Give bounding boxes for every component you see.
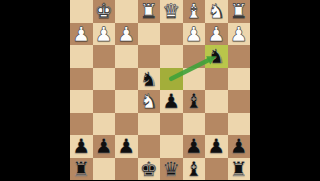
- letterbox-right: [250, 0, 320, 180]
- piece-white-knight[interactable]: ♞: [140, 90, 158, 113]
- square-f7[interactable]: ♟: [115, 135, 138, 158]
- square-e8[interactable]: ♚: [138, 158, 161, 181]
- square-h1[interactable]: [70, 0, 93, 23]
- piece-white-king[interactable]: ♚: [95, 0, 113, 22]
- square-g7[interactable]: ♟: [93, 135, 116, 158]
- piece-white-pawn[interactable]: ♟: [72, 22, 90, 45]
- square-a4[interactable]: [228, 68, 251, 91]
- square-c7[interactable]: ♟: [183, 135, 206, 158]
- piece-black-queen[interactable]: ♛: [162, 157, 180, 180]
- square-g1[interactable]: ♚: [93, 0, 116, 23]
- piece-white-pawn[interactable]: ♟: [207, 22, 225, 45]
- square-f2[interactable]: ♟: [115, 23, 138, 46]
- piece-black-pawn[interactable]: ♟: [207, 135, 225, 158]
- square-b4[interactable]: [205, 68, 228, 91]
- square-e5[interactable]: ♞: [138, 90, 161, 113]
- piece-white-rook[interactable]: ♜: [140, 0, 158, 22]
- square-h5[interactable]: [70, 90, 93, 113]
- square-f8[interactable]: [115, 158, 138, 181]
- square-a8[interactable]: ♜: [228, 158, 251, 181]
- square-a7[interactable]: ♟: [228, 135, 251, 158]
- piece-black-knight[interactable]: ♞: [207, 45, 225, 68]
- square-c5[interactable]: ♝: [183, 90, 206, 113]
- letterbox-left: [0, 0, 70, 180]
- piece-black-pawn[interactable]: ♟: [95, 135, 113, 158]
- square-a6[interactable]: [228, 113, 251, 136]
- piece-white-knight[interactable]: ♞: [207, 0, 225, 22]
- piece-black-king[interactable]: ♚: [140, 157, 158, 180]
- piece-white-queen[interactable]: ♛: [162, 0, 180, 22]
- square-c8[interactable]: ♝: [183, 158, 206, 181]
- piece-black-pawn[interactable]: ♟: [72, 135, 90, 158]
- square-b2[interactable]: ♟: [205, 23, 228, 46]
- square-g8[interactable]: [93, 158, 116, 181]
- square-g5[interactable]: [93, 90, 116, 113]
- square-g3[interactable]: [93, 45, 116, 68]
- square-d1[interactable]: ♛: [160, 0, 183, 23]
- piece-black-pawn[interactable]: ♟: [230, 135, 248, 158]
- piece-black-knight[interactable]: ♞: [140, 67, 158, 90]
- square-a1[interactable]: ♜: [228, 0, 251, 23]
- square-e6[interactable]: [138, 113, 161, 136]
- square-f3[interactable]: [115, 45, 138, 68]
- piece-white-bishop[interactable]: ♝: [185, 0, 203, 22]
- square-c4[interactable]: [183, 68, 206, 91]
- square-h4[interactable]: [70, 68, 93, 91]
- square-f1[interactable]: [115, 0, 138, 23]
- square-a5[interactable]: [228, 90, 251, 113]
- square-d6[interactable]: [160, 113, 183, 136]
- square-c3[interactable]: [183, 45, 206, 68]
- piece-white-rook[interactable]: ♜: [230, 0, 248, 22]
- square-d5[interactable]: ♟: [160, 90, 183, 113]
- square-f5[interactable]: [115, 90, 138, 113]
- piece-black-pawn[interactable]: ♟: [185, 135, 203, 158]
- square-e4[interactable]: ♞: [138, 68, 161, 91]
- square-b5[interactable]: [205, 90, 228, 113]
- square-h7[interactable]: ♟: [70, 135, 93, 158]
- chess-app-screenshot: ♚♜♛♝♞♜♟♟♟♟♟♟♞♞♞♟♝♟♟♟♟♟♟♜♚♛♝♜: [0, 0, 320, 180]
- square-h3[interactable]: [70, 45, 93, 68]
- square-b8[interactable]: [205, 158, 228, 181]
- piece-black-bishop[interactable]: ♝: [185, 90, 203, 113]
- square-f4[interactable]: [115, 68, 138, 91]
- square-d3[interactable]: [160, 45, 183, 68]
- square-b6[interactable]: [205, 113, 228, 136]
- square-f6[interactable]: [115, 113, 138, 136]
- square-d2[interactable]: [160, 23, 183, 46]
- square-h6[interactable]: [70, 113, 93, 136]
- square-a3[interactable]: [228, 45, 251, 68]
- square-e2[interactable]: [138, 23, 161, 46]
- piece-black-rook[interactable]: ♜: [72, 157, 90, 180]
- piece-white-pawn[interactable]: ♟: [95, 22, 113, 45]
- square-d8[interactable]: ♛: [160, 158, 183, 181]
- square-b3[interactable]: ♞: [205, 45, 228, 68]
- square-g4[interactable]: [93, 68, 116, 91]
- square-g6[interactable]: [93, 113, 116, 136]
- piece-black-pawn[interactable]: ♟: [162, 90, 180, 113]
- piece-black-pawn[interactable]: ♟: [117, 135, 135, 158]
- square-g2[interactable]: ♟: [93, 23, 116, 46]
- square-e1[interactable]: ♜: [138, 0, 161, 23]
- square-c6[interactable]: [183, 113, 206, 136]
- piece-white-pawn[interactable]: ♟: [185, 22, 203, 45]
- square-d7[interactable]: [160, 135, 183, 158]
- square-e7[interactable]: [138, 135, 161, 158]
- piece-white-pawn[interactable]: ♟: [117, 22, 135, 45]
- square-d4[interactable]: [160, 68, 183, 91]
- piece-white-pawn[interactable]: ♟: [230, 22, 248, 45]
- chess-board[interactable]: ♚♜♛♝♞♜♟♟♟♟♟♟♞♞♞♟♝♟♟♟♟♟♟♜♚♛♝♜: [70, 0, 250, 180]
- square-b7[interactable]: ♟: [205, 135, 228, 158]
- square-a2[interactable]: ♟: [228, 23, 251, 46]
- piece-black-bishop[interactable]: ♝: [185, 157, 203, 180]
- square-c1[interactable]: ♝: [183, 0, 206, 23]
- piece-black-rook[interactable]: ♜: [230, 157, 248, 180]
- square-b1[interactable]: ♞: [205, 0, 228, 23]
- square-h8[interactable]: ♜: [70, 158, 93, 181]
- square-e3[interactable]: [138, 45, 161, 68]
- square-h2[interactable]: ♟: [70, 23, 93, 46]
- square-c2[interactable]: ♟: [183, 23, 206, 46]
